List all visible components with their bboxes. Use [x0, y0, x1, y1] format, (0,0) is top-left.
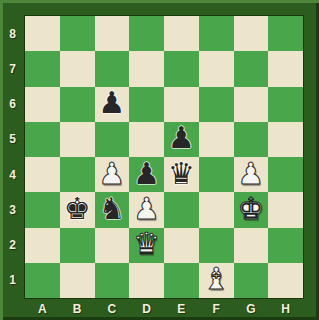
square-c2[interactable]	[95, 228, 130, 263]
square-e4[interactable]: ♛	[164, 157, 199, 192]
square-h1[interactable]	[268, 263, 303, 298]
square-d6[interactable]	[129, 87, 164, 122]
square-d5[interactable]	[129, 122, 164, 157]
square-h5[interactable]	[268, 122, 303, 157]
square-c3[interactable]: ♞	[95, 192, 130, 227]
square-c8[interactable]	[95, 16, 130, 51]
square-f6[interactable]	[199, 87, 234, 122]
file-label-c: C	[95, 298, 130, 320]
square-f8[interactable]	[199, 16, 234, 51]
rank-label-4: 4	[0, 157, 25, 192]
file-label-f: F	[199, 298, 234, 320]
square-h7[interactable]	[268, 51, 303, 86]
square-h6[interactable]	[268, 87, 303, 122]
piece-black-pawn[interactable]: ♟	[98, 88, 125, 118]
piece-white-queen[interactable]: ♛	[133, 229, 160, 259]
square-e3[interactable]	[164, 192, 199, 227]
square-b4[interactable]	[60, 157, 95, 192]
square-a8[interactable]	[25, 16, 60, 51]
square-d8[interactable]	[129, 16, 164, 51]
square-d4[interactable]: ♟	[129, 157, 164, 192]
file-labels: A B C D E F G H	[25, 298, 303, 320]
rank-label-3: 3	[0, 192, 25, 227]
piece-white-pawn[interactable]: ♟	[133, 194, 160, 224]
square-g8[interactable]	[234, 16, 269, 51]
square-g3[interactable]: ♚	[234, 192, 269, 227]
square-f7[interactable]	[199, 51, 234, 86]
rank-label-7: 7	[0, 51, 25, 86]
square-a1[interactable]	[25, 263, 60, 298]
piece-white-pawn[interactable]: ♟	[98, 159, 125, 189]
square-g2[interactable]	[234, 228, 269, 263]
square-g4[interactable]: ♟	[234, 157, 269, 192]
square-d7[interactable]	[129, 51, 164, 86]
square-a4[interactable]	[25, 157, 60, 192]
square-f4[interactable]	[199, 157, 234, 192]
square-h4[interactable]	[268, 157, 303, 192]
rank-label-6: 6	[0, 87, 25, 122]
square-c6[interactable]: ♟	[95, 87, 130, 122]
square-g6[interactable]	[234, 87, 269, 122]
file-label-h: H	[268, 298, 303, 320]
square-e1[interactable]	[164, 263, 199, 298]
file-label-e: E	[164, 298, 199, 320]
square-b5[interactable]	[60, 122, 95, 157]
square-d2[interactable]: ♛	[129, 228, 164, 263]
square-a5[interactable]	[25, 122, 60, 157]
square-g7[interactable]	[234, 51, 269, 86]
rank-label-2: 2	[0, 228, 25, 263]
square-d3[interactable]: ♟	[129, 192, 164, 227]
square-e5[interactable]: ♟	[164, 122, 199, 157]
square-a2[interactable]	[25, 228, 60, 263]
square-c4[interactable]: ♟	[95, 157, 130, 192]
rank-label-5: 5	[0, 122, 25, 157]
square-b7[interactable]	[60, 51, 95, 86]
piece-black-queen[interactable]: ♛	[168, 159, 195, 189]
square-e6[interactable]	[164, 87, 199, 122]
square-e7[interactable]	[164, 51, 199, 86]
square-b8[interactable]	[60, 16, 95, 51]
square-e2[interactable]	[164, 228, 199, 263]
square-f5[interactable]	[199, 122, 234, 157]
piece-white-pawn[interactable]: ♟	[237, 159, 264, 189]
rank-labels: 8 7 6 5 4 3 2 1	[0, 16, 25, 298]
square-f2[interactable]	[199, 228, 234, 263]
file-label-g: G	[234, 298, 269, 320]
square-d1[interactable]	[129, 263, 164, 298]
piece-white-king[interactable]: ♚	[237, 194, 264, 224]
piece-black-knight[interactable]: ♞	[98, 194, 125, 224]
square-h2[interactable]	[268, 228, 303, 263]
square-b1[interactable]	[60, 263, 95, 298]
square-c7[interactable]	[95, 51, 130, 86]
chess-board: ♟♟♟♟♛♟♚♞♟♚♛♝	[25, 16, 303, 298]
rank-label-1: 1	[0, 263, 25, 298]
file-label-a: A	[25, 298, 60, 320]
piece-black-pawn[interactable]: ♟	[133, 159, 160, 189]
square-c5[interactable]	[95, 122, 130, 157]
square-a6[interactable]	[25, 87, 60, 122]
rank-label-8: 8	[0, 16, 25, 51]
piece-black-pawn[interactable]: ♟	[168, 123, 195, 153]
square-h8[interactable]	[268, 16, 303, 51]
chess-board-frame: 8 7 6 5 4 3 2 1 ♟♟♟♟♛♟♚♞♟♚♛♝ A B C D E F…	[0, 0, 319, 320]
square-b3[interactable]: ♚	[60, 192, 95, 227]
square-a3[interactable]	[25, 192, 60, 227]
square-e8[interactable]	[164, 16, 199, 51]
square-b2[interactable]	[60, 228, 95, 263]
square-f1[interactable]: ♝	[199, 263, 234, 298]
file-label-b: B	[60, 298, 95, 320]
square-f3[interactable]	[199, 192, 234, 227]
square-a7[interactable]	[25, 51, 60, 86]
square-h3[interactable]	[268, 192, 303, 227]
square-g1[interactable]	[234, 263, 269, 298]
piece-white-bishop[interactable]: ♝	[203, 264, 230, 294]
square-b6[interactable]	[60, 87, 95, 122]
square-c1[interactable]	[95, 263, 130, 298]
piece-black-king[interactable]: ♚	[64, 194, 91, 224]
square-g5[interactable]	[234, 122, 269, 157]
file-label-d: D	[129, 298, 164, 320]
